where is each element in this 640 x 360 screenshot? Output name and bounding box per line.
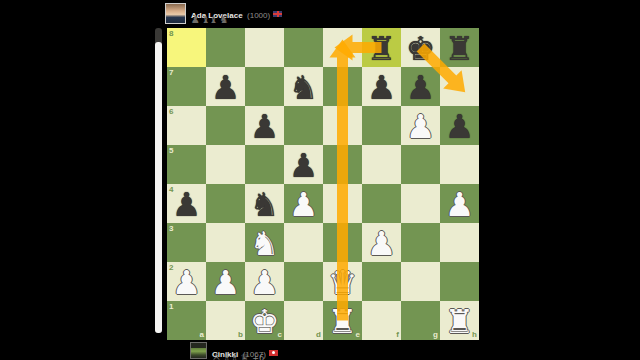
pixel-avatar-image <box>191 343 206 358</box>
bottom-captured-pieces: ♙ ♗♗ ♕ <box>212 352 248 360</box>
square-f5[interactable] <box>362 145 401 184</box>
white-pawn-g6[interactable]: ♟ <box>401 106 440 145</box>
file-label-g: g <box>433 331 438 339</box>
square-h2[interactable] <box>440 262 479 301</box>
square-a4[interactable]: 4♟ <box>167 184 206 223</box>
white-pawn-h4[interactable]: ♟ <box>440 184 479 223</box>
square-g7[interactable]: ♟ <box>401 67 440 106</box>
square-g4[interactable] <box>401 184 440 223</box>
chess-board[interactable]: 8♜♚♜7♟♞♟♟6♟♟♟5♟4♟♞♟♟3♞♟2♟♟♟♛1abc♚de♜fgh♜ <box>167 28 479 340</box>
white-pawn-a2[interactable]: ♟ <box>167 262 206 301</box>
square-d3[interactable] <box>284 223 323 262</box>
square-a5[interactable]: 5 <box>167 145 206 184</box>
file-label-d: d <box>316 331 321 339</box>
white-knight-c3[interactable]: ♞ <box>245 223 284 262</box>
square-d8[interactable] <box>284 28 323 67</box>
square-h1[interactable]: h♜ <box>440 301 479 340</box>
top-captured-pieces: ♟ ♝♝ ♞ <box>191 15 227 25</box>
black-knight-c4[interactable]: ♞ <box>245 184 284 223</box>
square-b7[interactable]: ♟ <box>206 67 245 106</box>
rank-label-7: 7 <box>169 69 173 77</box>
square-b2[interactable]: ♟ <box>206 262 245 301</box>
bottom-player-bar: Cinikki (1067) ♙ ♗♗ ♕+6 <box>160 340 480 360</box>
square-f6[interactable] <box>362 106 401 145</box>
square-c3[interactable]: ♞ <box>245 223 284 262</box>
white-rook-h1[interactable]: ♜ <box>440 301 479 340</box>
square-e3[interactable] <box>323 223 362 262</box>
square-h6[interactable]: ♟ <box>440 106 479 145</box>
square-a1[interactable]: 1a <box>167 301 206 340</box>
square-a2[interactable]: 2♟ <box>167 262 206 301</box>
square-e6[interactable] <box>323 106 362 145</box>
square-g8[interactable]: ♚ <box>401 28 440 67</box>
square-a7[interactable]: 7 <box>167 67 206 106</box>
file-label-f: f <box>396 331 399 339</box>
white-pawn-d4[interactable]: ♟ <box>284 184 323 223</box>
black-king-g8[interactable]: ♚ <box>401 28 440 67</box>
square-h8[interactable]: ♜ <box>440 28 479 67</box>
portrait-avatar-image <box>166 4 185 23</box>
rank-label-3: 3 <box>169 225 173 233</box>
square-b6[interactable] <box>206 106 245 145</box>
white-pawn-c2[interactable]: ♟ <box>245 262 284 301</box>
rank-label-8: 8 <box>169 30 173 38</box>
black-pawn-c6[interactable]: ♟ <box>245 106 284 145</box>
app-window: Ada Lovelace (1000) ♟ ♝♝ ♞ 8♜♚♜7♟♞♟♟6♟♟♟… <box>0 0 640 360</box>
square-e2[interactable]: ♛ <box>323 262 362 301</box>
black-pawn-b7[interactable]: ♟ <box>206 67 245 106</box>
flag-icon <box>269 350 278 356</box>
white-rook-e1[interactable]: ♜ <box>323 301 362 340</box>
square-c4[interactable]: ♞ <box>245 184 284 223</box>
square-g3[interactable] <box>401 223 440 262</box>
black-pawn-a4[interactable]: ♟ <box>167 184 206 223</box>
square-h4[interactable]: ♟ <box>440 184 479 223</box>
material-score: +6 <box>252 354 264 360</box>
file-label-a: a <box>200 331 204 339</box>
square-e1[interactable]: e♜ <box>323 301 362 340</box>
square-c1[interactable]: c♚ <box>245 301 284 340</box>
square-b5[interactable] <box>206 145 245 184</box>
square-d4[interactable]: ♟ <box>284 184 323 223</box>
square-d6[interactable] <box>284 106 323 145</box>
scrollbar-thumb[interactable] <box>155 42 162 333</box>
white-king-c1[interactable]: ♚ <box>245 301 284 340</box>
flag-icon <box>273 11 282 17</box>
square-e4[interactable] <box>323 184 362 223</box>
black-knight-d7[interactable]: ♞ <box>284 67 323 106</box>
black-pawn-g7[interactable]: ♟ <box>401 67 440 106</box>
black-rook-f8[interactable]: ♜ <box>362 28 401 67</box>
black-pawn-f7[interactable]: ♟ <box>362 67 401 106</box>
square-g5[interactable] <box>401 145 440 184</box>
white-queen-e2[interactable]: ♛ <box>323 262 362 301</box>
black-pawn-h6[interactable]: ♟ <box>440 106 479 145</box>
square-d2[interactable] <box>284 262 323 301</box>
square-c5[interactable] <box>245 145 284 184</box>
square-d7[interactable]: ♞ <box>284 67 323 106</box>
square-f3[interactable]: ♟ <box>362 223 401 262</box>
bottom-player-avatar[interactable] <box>190 342 207 359</box>
white-pawn-b2[interactable]: ♟ <box>206 262 245 301</box>
square-e5[interactable] <box>323 145 362 184</box>
square-e7[interactable] <box>323 67 362 106</box>
square-g2[interactable] <box>401 262 440 301</box>
square-g1[interactable]: g <box>401 301 440 340</box>
square-d5[interactable]: ♟ <box>284 145 323 184</box>
square-f4[interactable] <box>362 184 401 223</box>
square-f7[interactable]: ♟ <box>362 67 401 106</box>
file-label-b: b <box>238 331 243 339</box>
square-b3[interactable] <box>206 223 245 262</box>
square-b4[interactable] <box>206 184 245 223</box>
square-c8[interactable] <box>245 28 284 67</box>
black-pawn-d5[interactable]: ♟ <box>284 145 323 184</box>
square-c6[interactable]: ♟ <box>245 106 284 145</box>
square-f2[interactable] <box>362 262 401 301</box>
square-h7[interactable] <box>440 67 479 106</box>
square-g6[interactable]: ♟ <box>401 106 440 145</box>
top-player-rating: (1000) <box>247 11 270 20</box>
top-player-bar: Ada Lovelace (1000) ♟ ♝♝ ♞ <box>160 0 480 28</box>
square-c7[interactable] <box>245 67 284 106</box>
rank-label-6: 6 <box>169 108 173 116</box>
square-b8[interactable] <box>206 28 245 67</box>
square-a8[interactable]: 8 <box>167 28 206 67</box>
white-pawn-f3[interactable]: ♟ <box>362 223 401 262</box>
square-h3[interactable] <box>440 223 479 262</box>
square-f1[interactable]: f <box>362 301 401 340</box>
rank-label-1: 1 <box>169 303 173 311</box>
black-rook-h8[interactable]: ♜ <box>440 28 479 67</box>
rank-label-5: 5 <box>169 147 173 155</box>
square-e8[interactable] <box>323 28 362 67</box>
square-h5[interactable] <box>440 145 479 184</box>
top-player-avatar[interactable] <box>165 3 186 24</box>
square-a3[interactable]: 3 <box>167 223 206 262</box>
square-d1[interactable]: d <box>284 301 323 340</box>
square-c2[interactable]: ♟ <box>245 262 284 301</box>
square-a6[interactable]: 6 <box>167 106 206 145</box>
square-f8[interactable]: ♜ <box>362 28 401 67</box>
square-b1[interactable]: b <box>206 301 245 340</box>
